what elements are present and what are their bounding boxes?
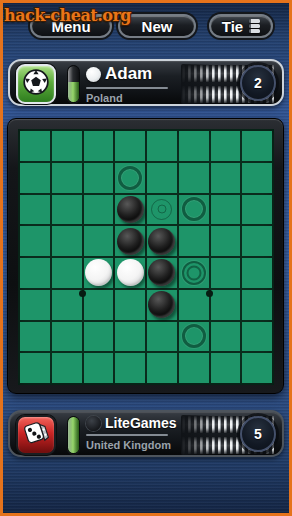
dice-icon [22,419,50,451]
score-value-bottom: 5 [254,426,262,442]
board-cell-h7[interactable] [242,322,272,352]
watermark: hack-cheat.org [4,6,131,25]
black-disc-d4 [117,228,144,255]
board-cell-c7[interactable] [84,322,114,352]
app-screen: hack-cheat.org Menu New Tie [0,0,292,516]
board-cell-d5[interactable] [115,258,145,288]
black-disc-icon [86,416,101,431]
board-cell-h3[interactable] [242,195,272,225]
player-avatar-bottom[interactable] [16,415,56,455]
board-cell-a1[interactable] [20,131,50,161]
legal-move-hint-d2[interactable] [118,166,142,190]
board-cell-b4[interactable] [52,226,82,256]
score-value-top: 2 [254,75,262,91]
board-cell-d3[interactable] [115,195,145,225]
board-cell-d4[interactable] [115,226,145,256]
board-cell-c6[interactable] [84,290,114,320]
board-cell-h1[interactable] [242,131,272,161]
board-cell-b1[interactable] [52,131,82,161]
score-badge-top: 2 [240,65,276,101]
board-cell-f6[interactable] [179,290,209,320]
legal-move-hint-f5[interactable] [182,261,206,285]
board-cell-e6[interactable] [147,290,177,320]
turn-timer-bottom [67,416,80,454]
white-disc-icon [86,67,101,82]
board-star-point [206,290,213,297]
new-button-label: New [142,18,173,35]
player-panel-top: Adam Poland 2 [8,59,284,106]
white-disc-d5 [117,259,144,286]
board-cell-c2[interactable] [84,163,114,193]
player-info-top: Adam Poland [86,64,186,104]
board-cell-c8[interactable] [84,353,114,383]
board-cell-c3[interactable] [84,195,114,225]
black-disc-e6 [148,291,175,318]
tie-button-label: Tie [222,18,243,35]
turn-timer-top [67,65,80,103]
board-cell-b5[interactable] [52,258,82,288]
board-cell-b7[interactable] [52,322,82,352]
board-cell-b8[interactable] [52,353,82,383]
board-cell-b2[interactable] [52,163,82,193]
board-cell-e8[interactable] [147,353,177,383]
legal-move-hint-e3[interactable] [151,199,172,220]
score-badge-bottom: 5 [240,416,276,452]
board-cell-d1[interactable] [115,131,145,161]
black-disc-e4 [148,228,175,255]
board-cell-g8[interactable] [211,353,241,383]
black-disc-d3 [117,196,144,223]
board-cell-b6[interactable] [52,290,82,320]
board-cell-g4[interactable] [211,226,241,256]
legal-move-hint-f3[interactable] [182,197,206,221]
board-cell-e7[interactable] [147,322,177,352]
soccer-ball-icon [22,68,50,100]
board-cell-e1[interactable] [147,131,177,161]
board-cell-f8[interactable] [179,353,209,383]
player-avatar-top[interactable] [16,64,56,104]
board-cell-e4[interactable] [147,226,177,256]
othello-board [7,118,284,394]
moves-list-icon [249,19,260,33]
board-cell-h4[interactable] [242,226,272,256]
board-cell-c1[interactable] [84,131,114,161]
board-cell-h6[interactable] [242,290,272,320]
board-cell-d6[interactable] [115,290,145,320]
player-country-top: Poland [86,92,186,104]
player-name-top: Adam [105,64,152,84]
player-country-bottom: United Kingdom [86,439,186,451]
board-cell-f7[interactable] [179,322,209,352]
legal-move-hint-f7[interactable] [182,324,206,348]
board-cell-a7[interactable] [20,322,50,352]
board-star-point [79,290,86,297]
board-cell-a4[interactable] [20,226,50,256]
board-cell-f2[interactable] [179,163,209,193]
board-cell-e5[interactable] [147,258,177,288]
board-cell-h8[interactable] [242,353,272,383]
board-cell-a3[interactable] [20,195,50,225]
player-name-bottom: LiteGames [105,415,177,431]
board-cell-e2[interactable] [147,163,177,193]
board-cell-f1[interactable] [179,131,209,161]
player-panel-bottom: LiteGames United Kingdom 5 [8,410,284,457]
board-cell-d8[interactable] [115,353,145,383]
board-cell-g6[interactable] [211,290,241,320]
panel-divider-top [86,87,168,89]
board-cell-g1[interactable] [211,131,241,161]
board-cell-a5[interactable] [20,258,50,288]
board-cell-b3[interactable] [52,195,82,225]
player-info-bottom: LiteGames United Kingdom [86,415,186,451]
board-cell-g5[interactable] [211,258,241,288]
board-cell-c4[interactable] [84,226,114,256]
white-disc-c5 [85,259,112,286]
board-cell-f3[interactable] [179,195,209,225]
board-cell-e3[interactable] [147,195,177,225]
board-cell-h5[interactable] [242,258,272,288]
board-grid [18,129,274,385]
board-cell-f5[interactable] [179,258,209,288]
board-cell-g3[interactable] [211,195,241,225]
board-cell-d2[interactable] [115,163,145,193]
panel-divider-bottom [86,434,168,436]
board-cell-h2[interactable] [242,163,272,193]
board-cell-d7[interactable] [115,322,145,352]
board-cell-a2[interactable] [20,163,50,193]
board-cell-a6[interactable] [20,290,50,320]
board-cell-g7[interactable] [211,322,241,352]
tie-button[interactable]: Tie [209,14,273,38]
black-disc-e5 [148,259,175,286]
board-cell-a8[interactable] [20,353,50,383]
board-cell-c5[interactable] [84,258,114,288]
board-cell-g2[interactable] [211,163,241,193]
board-cell-f4[interactable] [179,226,209,256]
